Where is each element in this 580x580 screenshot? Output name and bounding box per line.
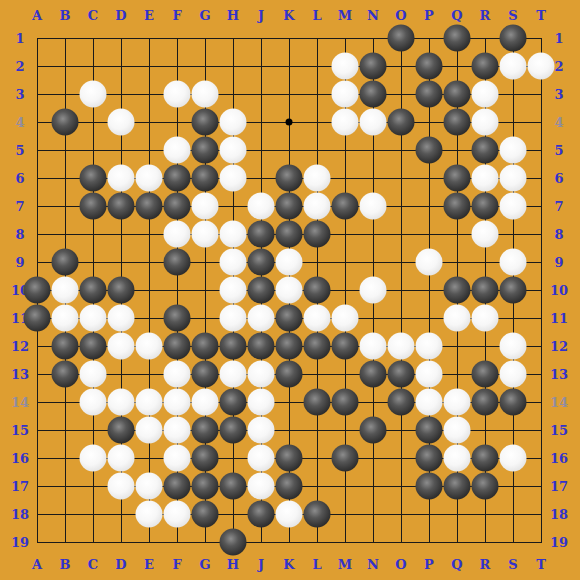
board-vertical-line: [541, 38, 542, 543]
coordinate-label-top-c: C: [88, 9, 98, 22]
white-stone-j15: [248, 417, 275, 444]
black-stone-f6: [164, 165, 191, 192]
white-stone-d12: [108, 333, 135, 360]
coordinate-label-left-6: 6: [15, 172, 24, 185]
black-stone-d15: [108, 417, 135, 444]
white-stone-f5: [164, 137, 191, 164]
white-stone-r11: [472, 305, 499, 332]
coordinate-label-bottom-l: L: [312, 558, 321, 571]
white-stone-h5: [220, 137, 247, 164]
coordinate-label-top-m: M: [338, 9, 352, 22]
coordinate-label-left-3: 3: [15, 88, 24, 101]
white-stone-j13: [248, 361, 275, 388]
white-stone-r6: [472, 165, 499, 192]
black-stone-n3: [360, 81, 387, 108]
coordinate-label-top-s: S: [508, 9, 517, 22]
coordinate-label-right-15: 15: [550, 424, 568, 437]
black-stone-q10: [444, 277, 471, 304]
white-stone-t2: [528, 53, 555, 80]
coordinate-label-right-8: 8: [554, 228, 563, 241]
white-stone-q11: [444, 305, 471, 332]
black-stone-g12: [192, 333, 219, 360]
coordinate-label-left-2: 2: [15, 60, 24, 73]
black-stone-c6: [80, 165, 107, 192]
coordinate-label-left-16: 16: [11, 452, 29, 465]
black-stone-r5: [472, 137, 499, 164]
black-stone-s10: [500, 277, 527, 304]
coordinate-label-right-11: 11: [550, 312, 568, 325]
black-stone-h19: [220, 529, 247, 556]
coordinate-label-right-3: 3: [554, 88, 563, 101]
coordinate-label-right-10: 10: [550, 284, 568, 297]
board-horizontal-line: [37, 542, 542, 543]
coordinate-label-top-g: G: [199, 9, 210, 22]
coordinate-label-bottom-r: R: [480, 558, 491, 571]
coordinate-label-bottom-c: C: [88, 558, 98, 571]
coordinate-label-right-17: 17: [550, 480, 568, 493]
coordinate-label-left-14: 14: [11, 396, 29, 409]
black-stone-m12: [332, 333, 359, 360]
coordinate-label-right-4: 4: [554, 116, 563, 129]
coordinate-label-right-7: 7: [554, 200, 563, 213]
coordinate-label-left-13: 13: [11, 368, 29, 381]
white-stone-f14: [164, 389, 191, 416]
white-stone-r8: [472, 221, 499, 248]
white-stone-s5: [500, 137, 527, 164]
white-stone-h6: [220, 165, 247, 192]
coordinate-label-top-e: E: [144, 9, 154, 22]
coordinate-label-left-7: 7: [15, 200, 24, 213]
white-stone-n10: [360, 277, 387, 304]
star-point-k4: [286, 119, 293, 126]
white-stone-e15: [136, 417, 163, 444]
coordinate-label-left-12: 12: [11, 340, 29, 353]
white-stone-h11: [220, 305, 247, 332]
white-stone-l7: [304, 193, 331, 220]
black-stone-k17: [276, 473, 303, 500]
coordinate-label-right-1: 1: [554, 32, 563, 45]
white-stone-n4: [360, 109, 387, 136]
white-stone-m3: [332, 81, 359, 108]
black-stone-k7: [276, 193, 303, 220]
black-stone-g5: [192, 137, 219, 164]
black-stone-k8: [276, 221, 303, 248]
black-stone-s1: [500, 25, 527, 52]
white-stone-c3: [80, 81, 107, 108]
black-stone-l10: [304, 277, 331, 304]
black-stone-b9: [52, 249, 79, 276]
coordinate-label-bottom-g: G: [199, 558, 210, 571]
white-stone-d4: [108, 109, 135, 136]
black-stone-n13: [360, 361, 387, 388]
white-stone-g7: [192, 193, 219, 220]
coordinate-label-right-14: 14: [550, 396, 568, 409]
black-stone-q17: [444, 473, 471, 500]
coordinate-label-right-9: 9: [554, 256, 563, 269]
black-stone-h12: [220, 333, 247, 360]
black-stone-m7: [332, 193, 359, 220]
black-stone-n15: [360, 417, 387, 444]
white-stone-j7: [248, 193, 275, 220]
white-stone-b10: [52, 277, 79, 304]
white-stone-k9: [276, 249, 303, 276]
white-stone-h13: [220, 361, 247, 388]
black-stone-q3: [444, 81, 471, 108]
coordinate-label-top-d: D: [115, 9, 126, 22]
black-stone-h17: [220, 473, 247, 500]
white-stone-e17: [136, 473, 163, 500]
black-stone-f7: [164, 193, 191, 220]
black-stone-o4: [388, 109, 415, 136]
black-stone-j9: [248, 249, 275, 276]
white-stone-q14: [444, 389, 471, 416]
white-stone-n7: [360, 193, 387, 220]
coordinate-label-bottom-t: T: [536, 558, 546, 571]
black-stone-l8: [304, 221, 331, 248]
black-stone-j10: [248, 277, 275, 304]
white-stone-q16: [444, 445, 471, 472]
black-stone-g15: [192, 417, 219, 444]
coordinate-label-bottom-d: D: [115, 558, 126, 571]
coordinate-label-right-5: 5: [554, 144, 563, 157]
black-stone-q4: [444, 109, 471, 136]
coordinate-label-left-1: 1: [15, 32, 24, 45]
black-stone-c7: [80, 193, 107, 220]
black-stone-q6: [444, 165, 471, 192]
black-stone-n2: [360, 53, 387, 80]
black-stone-p15: [416, 417, 443, 444]
white-stone-s16: [500, 445, 527, 472]
white-stone-d11: [108, 305, 135, 332]
black-stone-b12: [52, 333, 79, 360]
coordinate-label-bottom-n: N: [367, 558, 379, 571]
white-stone-s2: [500, 53, 527, 80]
black-stone-r10: [472, 277, 499, 304]
coordinate-label-top-p: P: [424, 9, 434, 22]
white-stone-c16: [80, 445, 107, 472]
black-stone-g18: [192, 501, 219, 528]
black-stone-p3: [416, 81, 443, 108]
coordinate-label-left-17: 17: [11, 480, 29, 493]
coordinate-label-bottom-b: B: [60, 558, 71, 571]
coordinate-label-bottom-s: S: [508, 558, 517, 571]
coordinate-label-left-19: 19: [11, 536, 29, 549]
black-stone-r2: [472, 53, 499, 80]
coordinate-label-bottom-m: M: [338, 558, 352, 571]
white-stone-e6: [136, 165, 163, 192]
white-stone-d14: [108, 389, 135, 416]
black-stone-f17: [164, 473, 191, 500]
coordinate-label-bottom-o: O: [395, 558, 406, 571]
coordinate-label-bottom-h: H: [227, 558, 239, 571]
white-stone-j16: [248, 445, 275, 472]
black-stone-k6: [276, 165, 303, 192]
black-stone-r13: [472, 361, 499, 388]
white-stone-g8: [192, 221, 219, 248]
white-stone-d6: [108, 165, 135, 192]
black-stone-s14: [500, 389, 527, 416]
coordinate-label-right-2: 2: [554, 60, 563, 73]
coordinate-label-left-9: 9: [15, 256, 24, 269]
white-stone-s9: [500, 249, 527, 276]
coordinate-label-top-n: N: [367, 9, 379, 22]
white-stone-e18: [136, 501, 163, 528]
coordinate-label-left-5: 5: [15, 144, 24, 157]
white-stone-c14: [80, 389, 107, 416]
black-stone-g6: [192, 165, 219, 192]
black-stone-r17: [472, 473, 499, 500]
white-stone-s12: [500, 333, 527, 360]
white-stone-r4: [472, 109, 499, 136]
white-stone-g3: [192, 81, 219, 108]
black-stone-q1: [444, 25, 471, 52]
black-stone-c10: [80, 277, 107, 304]
white-stone-f3: [164, 81, 191, 108]
white-stone-f13: [164, 361, 191, 388]
black-stone-e7: [136, 193, 163, 220]
coordinate-label-right-16: 16: [550, 452, 568, 465]
coordinate-label-bottom-q: Q: [451, 558, 462, 571]
coordinate-label-right-12: 12: [550, 340, 568, 353]
white-stone-h4: [220, 109, 247, 136]
white-stone-e12: [136, 333, 163, 360]
black-stone-p2: [416, 53, 443, 80]
white-stone-f15: [164, 417, 191, 444]
white-stone-h10: [220, 277, 247, 304]
black-stone-f11: [164, 305, 191, 332]
coordinate-label-bottom-e: E: [144, 558, 154, 571]
black-stone-g4: [192, 109, 219, 136]
white-stone-k18: [276, 501, 303, 528]
coordinate-label-top-j: J: [258, 9, 264, 22]
white-stone-h9: [220, 249, 247, 276]
white-stone-s13: [500, 361, 527, 388]
white-stone-m11: [332, 305, 359, 332]
white-stone-g14: [192, 389, 219, 416]
white-stone-k10: [276, 277, 303, 304]
white-stone-c13: [80, 361, 107, 388]
black-stone-j12: [248, 333, 275, 360]
black-stone-p16: [416, 445, 443, 472]
white-stone-m4: [332, 109, 359, 136]
coordinate-label-right-6: 6: [554, 172, 563, 185]
coordinate-label-top-q: Q: [451, 9, 462, 22]
black-stone-r14: [472, 389, 499, 416]
black-stone-d7: [108, 193, 135, 220]
coordinate-label-top-o: O: [395, 9, 406, 22]
coordinate-label-bottom-a: A: [32, 558, 42, 571]
coordinate-label-right-13: 13: [550, 368, 568, 381]
white-stone-p9: [416, 249, 443, 276]
coordinate-label-right-19: 19: [550, 536, 568, 549]
white-stone-e14: [136, 389, 163, 416]
white-stone-d17: [108, 473, 135, 500]
black-stone-k13: [276, 361, 303, 388]
black-stone-g17: [192, 473, 219, 500]
white-stone-m2: [332, 53, 359, 80]
white-stone-o12: [388, 333, 415, 360]
white-stone-d16: [108, 445, 135, 472]
white-stone-r3: [472, 81, 499, 108]
black-stone-b4: [52, 109, 79, 136]
black-stone-h14: [220, 389, 247, 416]
coordinate-label-left-4: 4: [15, 116, 24, 129]
white-stone-n12: [360, 333, 387, 360]
black-stone-f9: [164, 249, 191, 276]
coordinate-label-top-r: R: [480, 9, 491, 22]
white-stone-j14: [248, 389, 275, 416]
black-stone-m14: [332, 389, 359, 416]
white-stone-q15: [444, 417, 471, 444]
black-stone-r16: [472, 445, 499, 472]
black-stone-q7: [444, 193, 471, 220]
black-stone-g16: [192, 445, 219, 472]
coordinate-label-bottom-f: F: [172, 558, 181, 571]
coordinate-label-top-a: A: [32, 9, 42, 22]
white-stone-j11: [248, 305, 275, 332]
coordinate-label-top-t: T: [536, 9, 546, 22]
white-stone-j17: [248, 473, 275, 500]
black-stone-b13: [52, 361, 79, 388]
coordinate-label-top-h: H: [227, 9, 239, 22]
white-stone-f18: [164, 501, 191, 528]
black-stone-h15: [220, 417, 247, 444]
black-stone-j8: [248, 221, 275, 248]
white-stone-p12: [416, 333, 443, 360]
black-stone-m16: [332, 445, 359, 472]
coordinate-label-bottom-k: K: [283, 558, 294, 571]
black-stone-g13: [192, 361, 219, 388]
white-stone-f8: [164, 221, 191, 248]
black-stone-p5: [416, 137, 443, 164]
black-stone-a10: [24, 277, 51, 304]
white-stone-h8: [220, 221, 247, 248]
black-stone-l12: [304, 333, 331, 360]
white-stone-s6: [500, 165, 527, 192]
white-stone-s7: [500, 193, 527, 220]
black-stone-c12: [80, 333, 107, 360]
coordinate-label-left-8: 8: [15, 228, 24, 241]
black-stone-a11: [24, 305, 51, 332]
coordinate-label-right-18: 18: [550, 508, 568, 521]
black-stone-k11: [276, 305, 303, 332]
coordinate-label-left-18: 18: [11, 508, 29, 521]
black-stone-l18: [304, 501, 331, 528]
coordinate-label-bottom-j: J: [258, 558, 264, 571]
black-stone-j18: [248, 501, 275, 528]
white-stone-f16: [164, 445, 191, 472]
coordinate-label-top-k: K: [283, 9, 294, 22]
white-stone-c11: [80, 305, 107, 332]
coordinate-label-top-l: L: [312, 9, 321, 22]
coordinate-label-bottom-p: P: [424, 558, 434, 571]
coordinate-label-top-f: F: [172, 9, 181, 22]
black-stone-p17: [416, 473, 443, 500]
black-stone-f12: [164, 333, 191, 360]
black-stone-k16: [276, 445, 303, 472]
black-stone-r7: [472, 193, 499, 220]
black-stone-l14: [304, 389, 331, 416]
black-stone-o1: [388, 25, 415, 52]
black-stone-k12: [276, 333, 303, 360]
white-stone-p14: [416, 389, 443, 416]
black-stone-o14: [388, 389, 415, 416]
coordinate-label-left-15: 15: [11, 424, 29, 437]
white-stone-b11: [52, 305, 79, 332]
white-stone-l11: [304, 305, 331, 332]
go-board[interactable]: AABBCCDDEEFFGGHHJJKKLLMMNNOOPPQQRRSSTT11…: [0, 0, 580, 580]
black-stone-d10: [108, 277, 135, 304]
black-stone-o13: [388, 361, 415, 388]
white-stone-l6: [304, 165, 331, 192]
coordinate-label-top-b: B: [60, 9, 71, 22]
white-stone-p13: [416, 361, 443, 388]
